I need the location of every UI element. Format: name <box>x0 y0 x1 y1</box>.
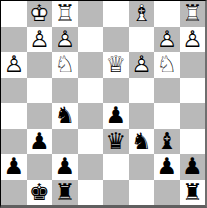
square-f1[interactable]: ♜♖ <box>52 1 78 27</box>
square-a4[interactable] <box>180 78 206 104</box>
chess-board-frame: ♚♔♜♖♝♗♜♖♟♙♟♙♟♙♟♙♟♙♞♘♛♕♟♙♞♘♞♟♟♛♞♝♟♟♟♟♚♜♜ <box>0 0 207 208</box>
square-h8[interactable] <box>1 180 27 206</box>
black-pawn-piece: ♟ <box>180 154 206 180</box>
black-queen-piece: ♛ <box>103 129 129 155</box>
white-knight-piece: ♞♘ <box>154 52 180 78</box>
square-a7[interactable]: ♟ <box>180 154 206 180</box>
square-b8[interactable] <box>154 180 180 206</box>
square-a8[interactable]: ♜ <box>180 180 206 206</box>
square-b3[interactable]: ♞♘ <box>154 52 180 78</box>
black-pawn-piece: ♟ <box>27 129 53 155</box>
square-d3[interactable]: ♛♕ <box>103 52 129 78</box>
white-pawn-piece: ♟♙ <box>1 52 27 78</box>
square-h6[interactable] <box>1 129 27 155</box>
black-pawn-piece: ♟ <box>52 154 78 180</box>
chess-board: ♚♔♜♖♝♗♜♖♟♙♟♙♟♙♟♙♟♙♞♘♛♕♟♙♞♘♞♟♟♛♞♝♟♟♟♟♚♜♜ <box>1 1 205 205</box>
square-f6[interactable] <box>52 129 78 155</box>
square-e4[interactable] <box>78 78 104 104</box>
square-b1[interactable] <box>154 1 180 27</box>
black-pawn-piece: ♟ <box>1 154 27 180</box>
square-g5[interactable] <box>27 103 53 129</box>
square-c4[interactable] <box>129 78 155 104</box>
square-h5[interactable] <box>1 103 27 129</box>
square-e5[interactable] <box>78 103 104 129</box>
square-f8[interactable]: ♜ <box>52 180 78 206</box>
white-pawn-piece: ♟♙ <box>154 27 180 53</box>
black-pawn-piece: ♟ <box>154 154 180 180</box>
square-c7[interactable] <box>129 154 155 180</box>
square-b7[interactable]: ♟ <box>154 154 180 180</box>
white-bishop-piece: ♝♗ <box>129 1 155 27</box>
square-d5[interactable]: ♟ <box>103 103 129 129</box>
square-a5[interactable] <box>180 103 206 129</box>
square-g7[interactable] <box>27 154 53 180</box>
square-d2[interactable] <box>103 27 129 53</box>
white-rook-piece: ♜♖ <box>52 1 78 27</box>
square-c1[interactable]: ♝♗ <box>129 1 155 27</box>
square-c3[interactable]: ♟♙ <box>129 52 155 78</box>
square-b6[interactable]: ♝ <box>154 129 180 155</box>
square-c5[interactable] <box>129 103 155 129</box>
square-f2[interactable]: ♟♙ <box>52 27 78 53</box>
square-h3[interactable]: ♟♙ <box>1 52 27 78</box>
white-knight-piece: ♞♘ <box>52 52 78 78</box>
square-g4[interactable] <box>27 78 53 104</box>
white-queen-piece: ♛♕ <box>103 52 129 78</box>
square-g1[interactable]: ♚♔ <box>27 1 53 27</box>
white-pawn-piece: ♟♙ <box>52 27 78 53</box>
square-d8[interactable] <box>103 180 129 206</box>
square-a3[interactable] <box>180 52 206 78</box>
square-d4[interactable] <box>103 78 129 104</box>
square-f4[interactable] <box>52 78 78 104</box>
square-h2[interactable] <box>1 27 27 53</box>
square-c8[interactable] <box>129 180 155 206</box>
square-g6[interactable]: ♟ <box>27 129 53 155</box>
black-king-piece: ♚ <box>27 180 53 206</box>
black-knight-piece: ♞ <box>129 129 155 155</box>
white-pawn-piece: ♟♙ <box>180 27 206 53</box>
black-bishop-piece: ♝ <box>154 129 180 155</box>
square-e7[interactable] <box>78 154 104 180</box>
square-f7[interactable]: ♟ <box>52 154 78 180</box>
square-c2[interactable] <box>129 27 155 53</box>
square-d6[interactable]: ♛ <box>103 129 129 155</box>
square-f5[interactable]: ♞ <box>52 103 78 129</box>
square-d7[interactable] <box>103 154 129 180</box>
black-pawn-piece: ♟ <box>103 103 129 129</box>
white-pawn-piece: ♟♙ <box>27 27 53 53</box>
square-b4[interactable] <box>154 78 180 104</box>
white-rook-piece: ♜♖ <box>180 1 206 27</box>
black-rook-piece: ♜ <box>180 180 206 206</box>
black-knight-piece: ♞ <box>52 103 78 129</box>
square-g8[interactable]: ♚ <box>27 180 53 206</box>
white-king-piece: ♚♔ <box>27 1 53 27</box>
black-rook-piece: ♜ <box>52 180 78 206</box>
square-g3[interactable] <box>27 52 53 78</box>
square-e2[interactable] <box>78 27 104 53</box>
square-b2[interactable]: ♟♙ <box>154 27 180 53</box>
square-h4[interactable] <box>1 78 27 104</box>
square-a1[interactable]: ♜♖ <box>180 1 206 27</box>
square-a6[interactable] <box>180 129 206 155</box>
square-c6[interactable]: ♞ <box>129 129 155 155</box>
square-h1[interactable] <box>1 1 27 27</box>
square-a2[interactable]: ♟♙ <box>180 27 206 53</box>
square-e8[interactable] <box>78 180 104 206</box>
square-d1[interactable] <box>103 1 129 27</box>
square-b5[interactable] <box>154 103 180 129</box>
square-e6[interactable] <box>78 129 104 155</box>
square-g2[interactable]: ♟♙ <box>27 27 53 53</box>
square-f3[interactable]: ♞♘ <box>52 52 78 78</box>
square-e3[interactable] <box>78 52 104 78</box>
square-h7[interactable]: ♟ <box>1 154 27 180</box>
square-e1[interactable] <box>78 1 104 27</box>
white-pawn-piece: ♟♙ <box>129 52 155 78</box>
